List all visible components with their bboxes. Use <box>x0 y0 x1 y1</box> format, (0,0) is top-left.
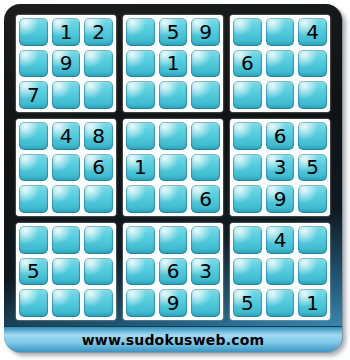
cell-r8c8[interactable] <box>266 258 295 286</box>
cell-r6c5[interactable] <box>159 185 188 213</box>
cell-r1c1[interactable] <box>19 18 48 46</box>
cell-r3c6[interactable] <box>191 81 220 109</box>
cell-r7c3[interactable] <box>84 226 113 254</box>
cell-r7c5[interactable] <box>159 226 188 254</box>
cell-r5c1[interactable] <box>19 154 48 182</box>
website-url[interactable]: www.sudokusweb.com <box>82 332 265 348</box>
cell-r1c9[interactable]: 4 <box>298 18 327 46</box>
cell-r8c9[interactable] <box>298 258 327 286</box>
sudoku-grid: 1297591464861663595639451 <box>4 4 342 326</box>
cell-r8c1[interactable]: 5 <box>19 258 48 286</box>
cell-r6c6[interactable]: 6 <box>191 185 220 213</box>
box-0-1: 591 <box>123 15 223 112</box>
cell-r1c5[interactable]: 5 <box>159 18 188 46</box>
cell-r8c6[interactable]: 3 <box>191 258 220 286</box>
cell-r1c8[interactable] <box>266 18 295 46</box>
cell-r4c2[interactable]: 4 <box>52 122 81 150</box>
cell-r2c8[interactable] <box>266 50 295 78</box>
cell-r7c8[interactable]: 4 <box>266 226 295 254</box>
cell-r9c9[interactable]: 1 <box>298 289 327 317</box>
box-2-1: 639 <box>123 223 223 320</box>
box-1-0: 486 <box>16 119 116 216</box>
box-2-2: 451 <box>230 223 330 320</box>
box-0-2: 46 <box>230 15 330 112</box>
cell-r9c3[interactable] <box>84 289 113 317</box>
cell-r5c7[interactable] <box>233 154 262 182</box>
cell-r7c4[interactable] <box>126 226 155 254</box>
cell-r7c7[interactable] <box>233 226 262 254</box>
cell-r4c3[interactable]: 8 <box>84 122 113 150</box>
cell-r3c5[interactable] <box>159 81 188 109</box>
cell-r6c1[interactable] <box>19 185 48 213</box>
cell-r3c2[interactable] <box>52 81 81 109</box>
cell-r2c2[interactable]: 9 <box>52 50 81 78</box>
cell-r2c3[interactable] <box>84 50 113 78</box>
box-1-1: 16 <box>123 119 223 216</box>
cell-r6c4[interactable] <box>126 185 155 213</box>
cell-r7c2[interactable] <box>52 226 81 254</box>
box-2-0: 5 <box>16 223 116 320</box>
cell-r4c9[interactable] <box>298 122 327 150</box>
cell-r9c4[interactable] <box>126 289 155 317</box>
cell-r8c7[interactable] <box>233 258 262 286</box>
cell-r9c6[interactable] <box>191 289 220 317</box>
cell-r6c2[interactable] <box>52 185 81 213</box>
cell-r3c7[interactable] <box>233 81 262 109</box>
cell-r3c8[interactable] <box>266 81 295 109</box>
cell-r2c4[interactable] <box>126 50 155 78</box>
board-footer: www.sudokusweb.com <box>4 326 342 352</box>
sudoku-board: 1297591464861663595639451 www.sudokusweb… <box>4 4 342 352</box>
cell-r1c7[interactable] <box>233 18 262 46</box>
cell-r4c5[interactable] <box>159 122 188 150</box>
cell-r9c7[interactable]: 5 <box>233 289 262 317</box>
cell-r9c5[interactable]: 9 <box>159 289 188 317</box>
cell-r2c6[interactable] <box>191 50 220 78</box>
page: 1297591464861663595639451 www.sudokusweb… <box>0 0 350 360</box>
box-1-2: 6359 <box>230 119 330 216</box>
cell-r5c8[interactable]: 3 <box>266 154 295 182</box>
cell-r2c9[interactable] <box>298 50 327 78</box>
cell-r9c8[interactable] <box>266 289 295 317</box>
cell-r1c3[interactable]: 2 <box>84 18 113 46</box>
cell-r1c4[interactable] <box>126 18 155 46</box>
cell-r5c3[interactable]: 6 <box>84 154 113 182</box>
cell-r8c5[interactable]: 6 <box>159 258 188 286</box>
cell-r3c9[interactable] <box>298 81 327 109</box>
cell-r4c7[interactable] <box>233 122 262 150</box>
cell-r6c9[interactable] <box>298 185 327 213</box>
box-0-0: 1297 <box>16 15 116 112</box>
cell-r3c1[interactable]: 7 <box>19 81 48 109</box>
cell-r5c9[interactable]: 5 <box>298 154 327 182</box>
cell-r4c4[interactable] <box>126 122 155 150</box>
cell-r5c6[interactable] <box>191 154 220 182</box>
cell-r6c3[interactable] <box>84 185 113 213</box>
cell-r1c6[interactable]: 9 <box>191 18 220 46</box>
cell-r4c1[interactable] <box>19 122 48 150</box>
cell-r9c2[interactable] <box>52 289 81 317</box>
cell-r7c6[interactable] <box>191 226 220 254</box>
cell-r8c2[interactable] <box>52 258 81 286</box>
cell-r9c1[interactable] <box>19 289 48 317</box>
cell-r5c5[interactable] <box>159 154 188 182</box>
cell-r2c7[interactable]: 6 <box>233 50 262 78</box>
cell-r1c2[interactable]: 1 <box>52 18 81 46</box>
cell-r8c4[interactable] <box>126 258 155 286</box>
cell-r7c9[interactable] <box>298 226 327 254</box>
cell-r2c5[interactable]: 1 <box>159 50 188 78</box>
cell-r5c4[interactable]: 1 <box>126 154 155 182</box>
cell-r5c2[interactable] <box>52 154 81 182</box>
cell-r8c3[interactable] <box>84 258 113 286</box>
cell-r7c1[interactable] <box>19 226 48 254</box>
cell-r4c8[interactable]: 6 <box>266 122 295 150</box>
cell-r3c3[interactable] <box>84 81 113 109</box>
cell-r4c6[interactable] <box>191 122 220 150</box>
cell-r2c1[interactable] <box>19 50 48 78</box>
cell-r6c8[interactable]: 9 <box>266 185 295 213</box>
cell-r6c7[interactable] <box>233 185 262 213</box>
cell-r3c4[interactable] <box>126 81 155 109</box>
